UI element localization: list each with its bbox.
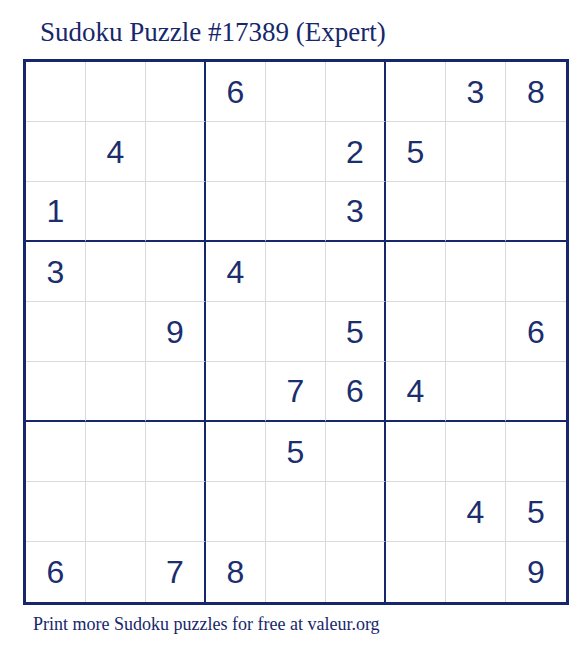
- sudoku-cell-r6c2: [86, 362, 146, 422]
- sudoku-cell-r8c1: [26, 482, 86, 542]
- sudoku-cell-r7c1: [26, 422, 86, 482]
- sudoku-cell-r6c7: 4: [386, 362, 446, 422]
- sudoku-cell-r5c4: [206, 302, 266, 362]
- sudoku-cell-r2c7: 5: [386, 122, 446, 182]
- sudoku-cell-r3c7: [386, 182, 446, 242]
- sudoku-cell-r6c6: 6: [326, 362, 386, 422]
- sudoku-cell-r4c2: [86, 242, 146, 302]
- sudoku-cell-r9c6: [326, 542, 386, 602]
- sudoku-cell-r3c5: [266, 182, 326, 242]
- sudoku-cell-r4c3: [146, 242, 206, 302]
- sudoku-cell-r1c4: 6: [206, 62, 266, 122]
- sudoku-cell-r5c1: [26, 302, 86, 362]
- sudoku-cell-r4c7: [386, 242, 446, 302]
- sudoku-cell-r6c1: [26, 362, 86, 422]
- sudoku-cell-r8c2: [86, 482, 146, 542]
- sudoku-cell-r5c3: 9: [146, 302, 206, 362]
- sudoku-cell-r9c2: [86, 542, 146, 602]
- sudoku-cell-r6c8: [446, 362, 506, 422]
- sudoku-cell-r9c9: 9: [506, 542, 566, 602]
- sudoku-cell-r9c4: 8: [206, 542, 266, 602]
- footer-text: Print more Sudoku puzzles for free at va…: [33, 614, 380, 635]
- sudoku-page: Sudoku Puzzle #17389 (Expert) 6384251334…: [0, 0, 580, 651]
- sudoku-cell-r7c7: [386, 422, 446, 482]
- sudoku-cell-r4c5: [266, 242, 326, 302]
- sudoku-cell-r4c9: [506, 242, 566, 302]
- sudoku-cell-r2c3: [146, 122, 206, 182]
- sudoku-cell-r5c5: [266, 302, 326, 362]
- sudoku-cell-r7c4: [206, 422, 266, 482]
- sudoku-grid: 63842513349567645456789: [23, 59, 569, 605]
- sudoku-cell-r1c9: 8: [506, 62, 566, 122]
- sudoku-cell-r3c2: [86, 182, 146, 242]
- sudoku-cell-r7c2: [86, 422, 146, 482]
- sudoku-cell-r6c5: 7: [266, 362, 326, 422]
- sudoku-cell-r3c8: [446, 182, 506, 242]
- sudoku-cell-r6c4: [206, 362, 266, 422]
- sudoku-cell-r1c2: [86, 62, 146, 122]
- sudoku-cell-r5c9: 6: [506, 302, 566, 362]
- sudoku-cell-r1c3: [146, 62, 206, 122]
- sudoku-cell-r9c8: [446, 542, 506, 602]
- sudoku-cell-r4c8: [446, 242, 506, 302]
- sudoku-cell-r9c7: [386, 542, 446, 602]
- sudoku-cell-r9c5: [266, 542, 326, 602]
- sudoku-cell-r8c8: 4: [446, 482, 506, 542]
- sudoku-cell-r3c6: 3: [326, 182, 386, 242]
- page-title: Sudoku Puzzle #17389 (Expert): [40, 17, 386, 48]
- sudoku-cell-r8c3: [146, 482, 206, 542]
- sudoku-cell-r8c7: [386, 482, 446, 542]
- sudoku-cell-r9c1: 6: [26, 542, 86, 602]
- sudoku-cell-r3c3: [146, 182, 206, 242]
- sudoku-cell-r4c1: 3: [26, 242, 86, 302]
- sudoku-cell-r2c4: [206, 122, 266, 182]
- sudoku-cell-r8c4: [206, 482, 266, 542]
- sudoku-cell-r2c9: [506, 122, 566, 182]
- sudoku-cell-r3c9: [506, 182, 566, 242]
- sudoku-cell-r7c3: [146, 422, 206, 482]
- sudoku-cell-r7c6: [326, 422, 386, 482]
- sudoku-cell-r7c9: [506, 422, 566, 482]
- sudoku-cell-r2c1: [26, 122, 86, 182]
- sudoku-cell-r5c7: [386, 302, 446, 362]
- sudoku-cell-r8c6: [326, 482, 386, 542]
- sudoku-cell-r5c6: 5: [326, 302, 386, 362]
- sudoku-cell-r2c5: [266, 122, 326, 182]
- sudoku-cell-r5c8: [446, 302, 506, 362]
- sudoku-cell-r7c8: [446, 422, 506, 482]
- sudoku-cell-r7c5: 5: [266, 422, 326, 482]
- sudoku-cell-r2c2: 4: [86, 122, 146, 182]
- sudoku-cell-r9c3: 7: [146, 542, 206, 602]
- sudoku-cell-r8c9: 5: [506, 482, 566, 542]
- sudoku-cell-r1c8: 3: [446, 62, 506, 122]
- sudoku-cell-r2c6: 2: [326, 122, 386, 182]
- sudoku-cell-r6c9: [506, 362, 566, 422]
- sudoku-cell-r4c4: 4: [206, 242, 266, 302]
- sudoku-cell-r3c4: [206, 182, 266, 242]
- sudoku-cell-r1c7: [386, 62, 446, 122]
- sudoku-cell-r6c3: [146, 362, 206, 422]
- sudoku-cell-r1c1: [26, 62, 86, 122]
- sudoku-cell-r3c1: 1: [26, 182, 86, 242]
- sudoku-cell-r1c6: [326, 62, 386, 122]
- sudoku-cell-r8c5: [266, 482, 326, 542]
- sudoku-cell-r4c6: [326, 242, 386, 302]
- sudoku-cell-r1c5: [266, 62, 326, 122]
- sudoku-cell-r2c8: [446, 122, 506, 182]
- sudoku-cell-r5c2: [86, 302, 146, 362]
